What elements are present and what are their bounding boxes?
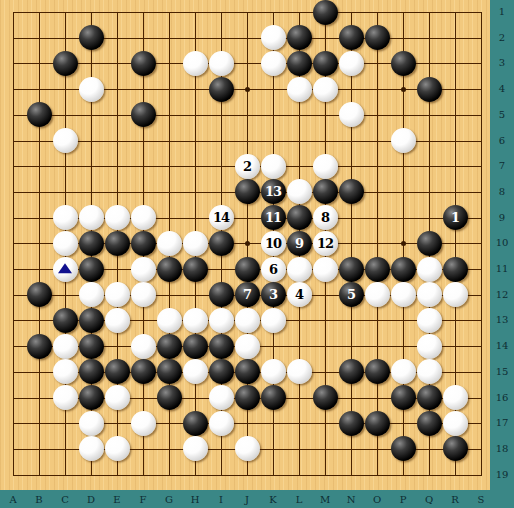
black-stone-Q16[interactable]	[417, 385, 442, 410]
white-stone-I17[interactable]	[209, 411, 234, 436]
black-stone-O11[interactable]	[365, 257, 390, 282]
white-stone-P15[interactable]	[391, 359, 416, 384]
black-stone-J11[interactable]	[235, 257, 260, 282]
black-stone-G16[interactable]	[157, 385, 182, 410]
white-stone-C14[interactable]	[53, 334, 78, 359]
white-stone-L11[interactable]	[287, 257, 312, 282]
row-label-2: 2	[499, 33, 505, 43]
white-stone-I16[interactable]	[209, 385, 234, 410]
white-stone-Q14[interactable]	[417, 334, 442, 359]
row-label-1: 1	[499, 7, 505, 17]
row-label-6: 6	[499, 136, 505, 146]
black-stone-E10[interactable]	[105, 231, 130, 256]
white-stone-H3[interactable]	[183, 51, 208, 76]
black-stone-I10[interactable]	[209, 231, 234, 256]
row-label-15: 15	[496, 367, 509, 377]
move-number-label: 1	[451, 211, 459, 224]
white-stone-F9[interactable]	[131, 205, 156, 230]
black-stone-D11[interactable]	[79, 257, 104, 282]
white-stone-C11[interactable]	[53, 257, 78, 282]
white-stone-E12[interactable]	[105, 282, 130, 307]
white-stone-C16[interactable]	[53, 385, 78, 410]
row-label-4: 4	[499, 84, 505, 94]
column-label-B: B	[35, 495, 42, 505]
white-stone-I3[interactable]	[209, 51, 234, 76]
black-stone-L9[interactable]	[287, 205, 312, 230]
move-number-label: 10	[265, 237, 281, 250]
grid-line-horizontal	[13, 115, 482, 116]
column-label-K: K	[269, 495, 276, 505]
column-label-P: P	[400, 495, 407, 505]
black-stone-Q4[interactable]	[417, 77, 442, 102]
white-stone-K2[interactable]	[261, 25, 286, 50]
white-stone-F14[interactable]	[131, 334, 156, 359]
white-stone-J14[interactable]	[235, 334, 260, 359]
move-number-label: 7	[243, 288, 251, 301]
black-stone-N15[interactable]	[339, 359, 364, 384]
triangle-marker-icon	[58, 263, 72, 273]
black-stone-K16[interactable]	[261, 385, 286, 410]
black-stone-J16[interactable]	[235, 385, 260, 410]
black-stone-I14[interactable]	[209, 334, 234, 359]
column-label-G: G	[165, 495, 173, 505]
black-stone-G11[interactable]	[157, 257, 182, 282]
white-stone-K15[interactable]	[261, 359, 286, 384]
move-number-label: 13	[265, 185, 281, 198]
black-stone-N11[interactable]	[339, 257, 364, 282]
white-stone-R17[interactable]	[443, 411, 468, 436]
black-stone-K9[interactable]: 11	[261, 205, 286, 230]
black-stone-Q17[interactable]	[417, 411, 442, 436]
white-stone-F11[interactable]	[131, 257, 156, 282]
column-label-N: N	[347, 495, 356, 505]
row-label-9: 9	[499, 213, 505, 223]
column-label-L: L	[296, 495, 303, 505]
white-stone-E9[interactable]	[105, 205, 130, 230]
black-stone-F5[interactable]	[131, 102, 156, 127]
column-label-O: O	[373, 495, 381, 505]
black-stone-F15[interactable]	[131, 359, 156, 384]
white-stone-G13[interactable]	[157, 308, 182, 333]
black-stone-K12[interactable]: 3	[261, 282, 286, 307]
column-label-E: E	[113, 495, 120, 505]
column-label-I: I	[219, 495, 223, 505]
black-stone-I4[interactable]	[209, 77, 234, 102]
black-stone-D14[interactable]	[79, 334, 104, 359]
white-stone-R16[interactable]	[443, 385, 468, 410]
black-stone-O2[interactable]	[365, 25, 390, 50]
black-stone-R11[interactable]	[443, 257, 468, 282]
black-stone-H17[interactable]	[183, 411, 208, 436]
move-number-label: 5	[347, 288, 355, 301]
black-stone-D2[interactable]	[79, 25, 104, 50]
white-stone-J7[interactable]: 2	[235, 154, 260, 179]
white-stone-R12[interactable]	[443, 282, 468, 307]
black-stone-B12[interactable]	[27, 282, 52, 307]
white-stone-Q15[interactable]	[417, 359, 442, 384]
black-stone-N8[interactable]	[339, 179, 364, 204]
white-stone-K7[interactable]	[261, 154, 286, 179]
column-label-M: M	[320, 495, 330, 505]
white-stone-M11[interactable]	[313, 257, 338, 282]
move-number-label: 8	[321, 211, 329, 224]
black-stone-I15[interactable]	[209, 359, 234, 384]
black-stone-J8[interactable]	[235, 179, 260, 204]
column-coordinate-strip	[0, 490, 514, 508]
black-stone-M3[interactable]	[313, 51, 338, 76]
column-label-H: H	[191, 495, 200, 505]
white-stone-P12[interactable]	[391, 282, 416, 307]
white-stone-L12[interactable]: 4	[287, 282, 312, 307]
white-stone-G10[interactable]	[157, 231, 182, 256]
move-number-label: 2	[243, 160, 251, 173]
black-stone-M16[interactable]	[313, 385, 338, 410]
black-stone-R9[interactable]: 1	[443, 205, 468, 230]
white-stone-D12[interactable]	[79, 282, 104, 307]
white-stone-L8[interactable]	[287, 179, 312, 204]
white-stone-C9[interactable]	[53, 205, 78, 230]
white-stone-L4[interactable]	[287, 77, 312, 102]
white-stone-K10[interactable]: 10	[261, 231, 286, 256]
column-label-A: A	[9, 495, 16, 505]
black-stone-D15[interactable]	[79, 359, 104, 384]
white-stone-M9[interactable]: 8	[313, 205, 338, 230]
black-stone-L2[interactable]	[287, 25, 312, 50]
row-label-18: 18	[496, 444, 509, 454]
column-label-D: D	[87, 495, 95, 505]
white-stone-H13[interactable]	[183, 308, 208, 333]
black-stone-D16[interactable]	[79, 385, 104, 410]
white-stone-M7[interactable]	[313, 154, 338, 179]
row-label-10: 10	[496, 238, 509, 248]
black-stone-O17[interactable]	[365, 411, 390, 436]
move-number-label: 14	[213, 211, 229, 224]
black-stone-J15[interactable]	[235, 359, 260, 384]
column-label-Q: Q	[425, 495, 433, 505]
grid-line-horizontal	[13, 475, 482, 476]
white-stone-E16[interactable]	[105, 385, 130, 410]
white-stone-E18[interactable]	[105, 436, 130, 461]
white-stone-O12[interactable]	[365, 282, 390, 307]
white-stone-Q11[interactable]	[417, 257, 442, 282]
black-stone-R18[interactable]	[443, 436, 468, 461]
white-stone-H18[interactable]	[183, 436, 208, 461]
white-stone-D4[interactable]	[79, 77, 104, 102]
row-label-14: 14	[496, 341, 509, 351]
row-label-13: 13	[496, 315, 509, 325]
column-label-F: F	[140, 495, 147, 505]
black-stone-C3[interactable]	[53, 51, 78, 76]
move-number-label: 6	[269, 263, 277, 276]
black-stone-P3[interactable]	[391, 51, 416, 76]
white-stone-I13[interactable]	[209, 308, 234, 333]
white-stone-K11[interactable]: 6	[261, 257, 286, 282]
column-label-C: C	[61, 495, 69, 505]
black-stone-L10[interactable]: 9	[287, 231, 312, 256]
black-stone-O15[interactable]	[365, 359, 390, 384]
row-coordinate-strip	[490, 0, 514, 508]
grid-line-horizontal	[13, 12, 482, 13]
row-label-8: 8	[499, 187, 505, 197]
black-stone-D13[interactable]	[79, 308, 104, 333]
white-stone-F12[interactable]	[131, 282, 156, 307]
black-stone-D10[interactable]	[79, 231, 104, 256]
move-number-label: 9	[295, 237, 303, 250]
white-stone-M4[interactable]	[313, 77, 338, 102]
black-stone-I12[interactable]	[209, 282, 234, 307]
black-stone-G15[interactable]	[157, 359, 182, 384]
move-number-label: 11	[265, 211, 281, 224]
black-stone-M1[interactable]	[313, 0, 338, 25]
white-stone-C6[interactable]	[53, 128, 78, 153]
black-stone-B5[interactable]	[27, 102, 52, 127]
row-label-3: 3	[499, 58, 505, 68]
black-stone-E15[interactable]	[105, 359, 130, 384]
white-stone-K13[interactable]	[261, 308, 286, 333]
black-stone-M8[interactable]	[313, 179, 338, 204]
black-stone-G14[interactable]	[157, 334, 182, 359]
black-stone-F3[interactable]	[131, 51, 156, 76]
column-label-J: J	[245, 495, 249, 505]
white-stone-J13[interactable]	[235, 308, 260, 333]
white-stone-I9[interactable]: 14	[209, 205, 234, 230]
move-number-label: 12	[317, 237, 333, 250]
row-label-7: 7	[499, 161, 505, 171]
white-stone-F17[interactable]	[131, 411, 156, 436]
white-stone-E13[interactable]	[105, 308, 130, 333]
row-label-16: 16	[496, 393, 509, 403]
white-stone-C15[interactable]	[53, 359, 78, 384]
black-stone-F10[interactable]	[131, 231, 156, 256]
white-stone-D18[interactable]	[79, 436, 104, 461]
black-stone-Q10[interactable]	[417, 231, 442, 256]
black-stone-P11[interactable]	[391, 257, 416, 282]
black-stone-N2[interactable]	[339, 25, 364, 50]
black-stone-H14[interactable]	[183, 334, 208, 359]
black-stone-P16[interactable]	[391, 385, 416, 410]
black-stone-N17[interactable]	[339, 411, 364, 436]
white-stone-D17[interactable]	[79, 411, 104, 436]
row-label-17: 17	[496, 418, 509, 428]
row-label-11: 11	[496, 264, 509, 274]
black-stone-J12[interactable]: 7	[235, 282, 260, 307]
white-stone-H10[interactable]	[183, 231, 208, 256]
row-label-12: 12	[496, 290, 509, 300]
row-label-19: 19	[496, 470, 509, 480]
white-stone-L15[interactable]	[287, 359, 312, 384]
row-label-5: 5	[499, 110, 505, 120]
black-stone-N12[interactable]: 5	[339, 282, 364, 307]
white-stone-K3[interactable]	[261, 51, 286, 76]
white-stone-D9[interactable]	[79, 205, 104, 230]
black-stone-H11[interactable]	[183, 257, 208, 282]
white-stone-M10[interactable]: 12	[313, 231, 338, 256]
black-stone-P18[interactable]	[391, 436, 416, 461]
white-stone-Q13[interactable]	[417, 308, 442, 333]
white-stone-H15[interactable]	[183, 359, 208, 384]
black-stone-L3[interactable]	[287, 51, 312, 76]
black-stone-B14[interactable]	[27, 334, 52, 359]
black-stone-C13[interactable]	[53, 308, 78, 333]
go-board-app: 2131411811091267345 ABCDEFGHIJKLMNOPQRS1…	[0, 0, 514, 508]
move-number-label: 4	[295, 288, 303, 301]
black-stone-K8[interactable]: 13	[261, 179, 286, 204]
move-number-label: 3	[269, 288, 277, 301]
white-stone-N3[interactable]	[339, 51, 364, 76]
white-stone-N5[interactable]	[339, 102, 364, 127]
white-stone-J18[interactable]	[235, 436, 260, 461]
column-label-S: S	[478, 495, 485, 505]
white-stone-C10[interactable]	[53, 231, 78, 256]
white-stone-Q12[interactable]	[417, 282, 442, 307]
column-label-R: R	[451, 495, 459, 505]
white-stone-P6[interactable]	[391, 128, 416, 153]
